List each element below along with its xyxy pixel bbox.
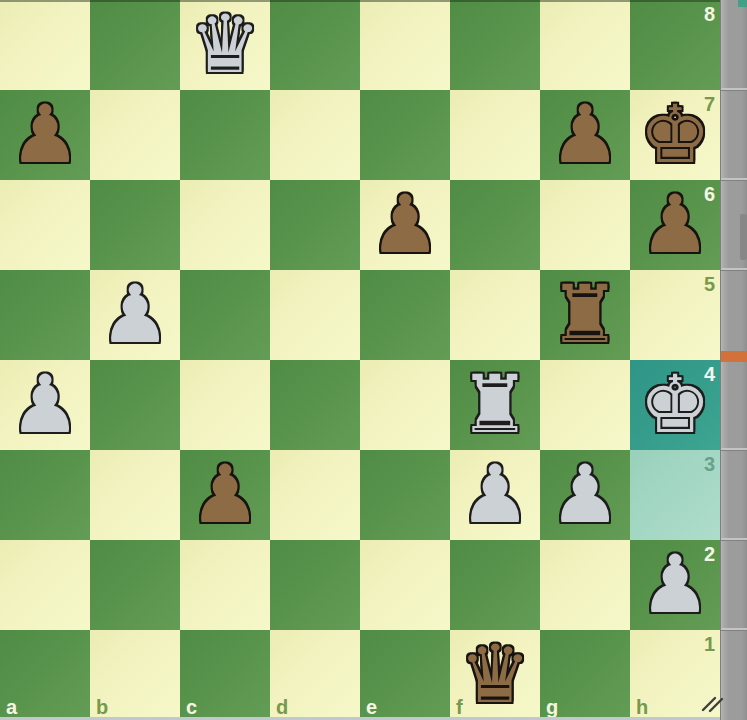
square-e4[interactable] xyxy=(360,360,450,450)
square-h7[interactable]: 7♚ xyxy=(630,90,720,180)
piece-wP-f3[interactable]: ♟ xyxy=(450,450,540,540)
piece-bP-c3[interactable]: ♟ xyxy=(180,450,270,540)
square-g2[interactable] xyxy=(540,540,630,630)
scrollbar-divider xyxy=(721,538,747,541)
square-c8[interactable]: ♛ xyxy=(180,0,270,90)
piece-bK-h7[interactable]: ♚ xyxy=(630,90,720,180)
square-f3[interactable]: ♟ xyxy=(450,450,540,540)
rank-label-3: 3 xyxy=(704,454,715,474)
square-e8[interactable] xyxy=(360,0,450,90)
piece-wQ-c8[interactable]: ♛ xyxy=(180,0,270,90)
square-h3[interactable]: 3 xyxy=(630,450,720,540)
square-a7[interactable]: ♟ xyxy=(0,90,90,180)
square-a3[interactable] xyxy=(0,450,90,540)
square-c5[interactable] xyxy=(180,270,270,360)
square-d7[interactable] xyxy=(270,90,360,180)
square-c7[interactable] xyxy=(180,90,270,180)
square-g7[interactable]: ♟ xyxy=(540,90,630,180)
piece-bP-h6[interactable]: ♟ xyxy=(630,180,720,270)
square-a8[interactable] xyxy=(0,0,90,90)
piece-wP-b5[interactable]: ♟ xyxy=(90,270,180,360)
square-d5[interactable] xyxy=(270,270,360,360)
square-c6[interactable] xyxy=(180,180,270,270)
scrollbar-divider xyxy=(721,88,747,91)
rank-label-1: 1 xyxy=(704,634,715,654)
scrollbar-top-mark xyxy=(738,0,747,7)
square-b4[interactable] xyxy=(90,360,180,450)
square-e6[interactable]: ♟ xyxy=(360,180,450,270)
square-h5[interactable]: 5 xyxy=(630,270,720,360)
piece-bP-g7[interactable]: ♟ xyxy=(540,90,630,180)
file-label-b: b xyxy=(96,697,108,717)
square-d3[interactable] xyxy=(270,450,360,540)
square-d8[interactable] xyxy=(270,0,360,90)
resize-grip-icon[interactable] xyxy=(700,691,724,713)
square-b7[interactable] xyxy=(90,90,180,180)
square-e2[interactable] xyxy=(360,540,450,630)
square-g1[interactable]: g xyxy=(540,630,630,720)
piece-wP-h2[interactable]: ♟ xyxy=(630,540,720,630)
square-c2[interactable] xyxy=(180,540,270,630)
piece-wR-f4[interactable]: ♜ xyxy=(450,360,540,450)
piece-wP-g3[interactable]: ♟ xyxy=(540,450,630,540)
square-b3[interactable] xyxy=(90,450,180,540)
square-g6[interactable] xyxy=(540,180,630,270)
square-b1[interactable]: b xyxy=(90,630,180,720)
square-e5[interactable] xyxy=(360,270,450,360)
scrollbar[interactable] xyxy=(720,0,747,720)
square-h8[interactable]: 8 xyxy=(630,0,720,90)
square-d4[interactable] xyxy=(270,360,360,450)
square-a4[interactable]: ♟ xyxy=(0,360,90,450)
file-label-a: a xyxy=(6,697,17,717)
square-b2[interactable] xyxy=(90,540,180,630)
square-g4[interactable] xyxy=(540,360,630,450)
file-label-c: c xyxy=(186,697,197,717)
square-g5[interactable]: ♜ xyxy=(540,270,630,360)
square-g8[interactable] xyxy=(540,0,630,90)
square-c4[interactable] xyxy=(180,360,270,450)
piece-bQ-f1[interactable]: ♛ xyxy=(450,630,540,720)
square-f6[interactable] xyxy=(450,180,540,270)
square-f1[interactable]: f♛ xyxy=(450,630,540,720)
square-a6[interactable] xyxy=(0,180,90,270)
scrollbar-orange-marker xyxy=(721,351,747,362)
file-label-g: g xyxy=(546,697,558,717)
rank-label-5: 5 xyxy=(704,274,715,294)
scrollbar-divider xyxy=(721,448,747,451)
file-label-d: d xyxy=(276,697,288,717)
piece-wP-a4[interactable]: ♟ xyxy=(0,360,90,450)
square-f7[interactable] xyxy=(450,90,540,180)
square-b6[interactable] xyxy=(90,180,180,270)
file-label-h: h xyxy=(636,697,648,717)
piece-bP-e6[interactable]: ♟ xyxy=(360,180,450,270)
square-d1[interactable]: d xyxy=(270,630,360,720)
rank-label-8: 8 xyxy=(704,4,715,24)
square-e1[interactable]: e xyxy=(360,630,450,720)
piece-bP-a7[interactable]: ♟ xyxy=(0,90,90,180)
square-f4[interactable]: ♜ xyxy=(450,360,540,450)
chess-board[interactable]: ♛8♟♟7♚♟6♟♟♜5♟♜4♚♟♟♟32♟abcdef♛g1h xyxy=(0,0,720,720)
square-d2[interactable] xyxy=(270,540,360,630)
square-e7[interactable] xyxy=(360,90,450,180)
square-f2[interactable] xyxy=(450,540,540,630)
board-top-edge xyxy=(0,0,720,2)
square-b8[interactable] xyxy=(90,0,180,90)
square-f5[interactable] xyxy=(450,270,540,360)
scrollbar-divider xyxy=(721,268,747,271)
square-b5[interactable]: ♟ xyxy=(90,270,180,360)
piece-wK-h4[interactable]: ♚ xyxy=(630,360,720,450)
file-label-e: e xyxy=(366,697,377,717)
scrollbar-divider xyxy=(721,178,747,181)
square-d6[interactable] xyxy=(270,180,360,270)
piece-bR-g5[interactable]: ♜ xyxy=(540,270,630,360)
square-h4[interactable]: 4♚ xyxy=(630,360,720,450)
square-a2[interactable] xyxy=(0,540,90,630)
square-a1[interactable]: a xyxy=(0,630,90,720)
square-f8[interactable] xyxy=(450,0,540,90)
scrollbar-thumb[interactable] xyxy=(740,214,747,260)
scrollbar-divider xyxy=(721,628,747,631)
square-e3[interactable] xyxy=(360,450,450,540)
square-h6[interactable]: 6♟ xyxy=(630,180,720,270)
square-a5[interactable] xyxy=(0,270,90,360)
square-c3[interactable]: ♟ xyxy=(180,450,270,540)
square-h2[interactable]: 2♟ xyxy=(630,540,720,630)
square-c1[interactable]: c xyxy=(180,630,270,720)
square-g3[interactable]: ♟ xyxy=(540,450,630,540)
